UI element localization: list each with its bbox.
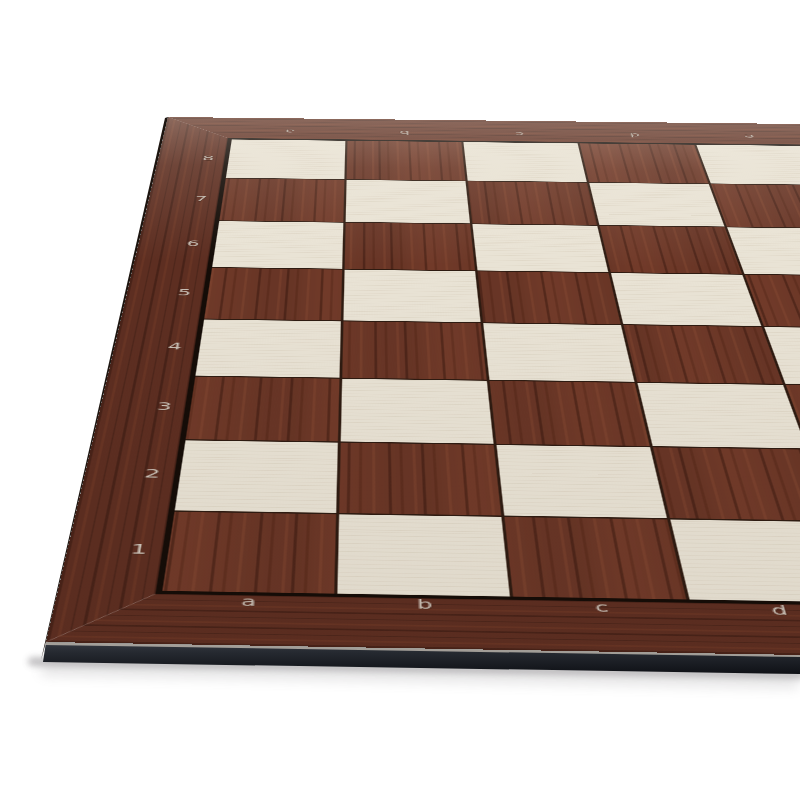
- chessboard-photo: aabbccddeeffgghh1122334455667788: [0, 0, 800, 800]
- square-d1: [670, 520, 800, 603]
- square-c5: [478, 271, 621, 324]
- square-b3: [341, 379, 494, 444]
- square-d3: [637, 383, 800, 448]
- square-b8: [347, 141, 466, 181]
- square-a4: [195, 320, 340, 378]
- square-b1: [337, 514, 510, 596]
- square-d6: [600, 226, 742, 274]
- square-b5: [343, 270, 480, 323]
- square-b2: [339, 443, 501, 516]
- square-c6: [472, 224, 608, 272]
- square-a1: [162, 512, 336, 594]
- square-c4: [483, 323, 634, 381]
- square-a7: [219, 178, 344, 221]
- square-d5: [611, 273, 761, 326]
- board-field: [155, 138, 800, 618]
- square-d4: [624, 325, 783, 384]
- square-c1: [504, 517, 686, 600]
- square-c2: [497, 445, 667, 518]
- square-c8: [463, 142, 586, 182]
- square-b7: [346, 180, 470, 223]
- square-d8: [580, 143, 709, 183]
- square-c3: [490, 381, 650, 446]
- square-c7: [468, 181, 597, 225]
- square-a5: [204, 268, 342, 320]
- square-b6: [345, 223, 475, 271]
- square-a3: [186, 377, 340, 442]
- square-e8: [696, 145, 800, 185]
- square-d7: [589, 183, 724, 227]
- board-plane: aabbccddeeffgghh1122334455667788: [46, 117, 800, 671]
- square-e7: [711, 184, 800, 228]
- square-a6: [212, 221, 343, 269]
- square-a8: [226, 139, 345, 179]
- square-d2: [653, 447, 800, 520]
- square-b4: [342, 321, 487, 379]
- square-a2: [175, 440, 338, 513]
